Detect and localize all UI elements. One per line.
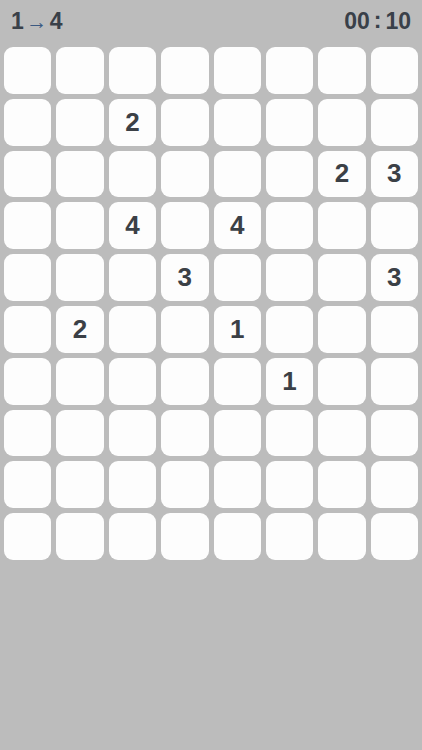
cell-r8c3[interactable]: [109, 410, 156, 457]
cell-r5c4[interactable]: 3: [161, 254, 208, 301]
cell-r9c6[interactable]: [266, 461, 313, 508]
cell-r10c2[interactable]: [56, 513, 103, 560]
cell-r8c7[interactable]: [318, 410, 365, 457]
cell-r4c5[interactable]: 4: [214, 202, 261, 249]
cell-r5c2[interactable]: [56, 254, 103, 301]
cell-r8c1[interactable]: [4, 410, 51, 457]
cell-r4c3[interactable]: 4: [109, 202, 156, 249]
cell-r7c4[interactable]: [161, 358, 208, 405]
cell-r4c4[interactable]: [161, 202, 208, 249]
cell-r2c3[interactable]: 2: [109, 99, 156, 146]
cell-r4c2[interactable]: [56, 202, 103, 249]
cell-r1c6[interactable]: [266, 47, 313, 94]
cell-r3c2[interactable]: [56, 151, 103, 198]
cell-r7c2[interactable]: [56, 358, 103, 405]
timer-minutes: 00: [344, 8, 370, 35]
cell-r1c1[interactable]: [4, 47, 51, 94]
cell-r4c7[interactable]: [318, 202, 365, 249]
cell-r3c5[interactable]: [214, 151, 261, 198]
cell-r6c1[interactable]: [4, 306, 51, 353]
cell-r5c6[interactable]: [266, 254, 313, 301]
arrow-right-icon: →: [26, 11, 48, 32]
cell-r5c7[interactable]: [318, 254, 365, 301]
cell-r7c7[interactable]: [318, 358, 365, 405]
cell-r9c3[interactable]: [109, 461, 156, 508]
cell-r3c1[interactable]: [4, 151, 51, 198]
cell-r6c7[interactable]: [318, 306, 365, 353]
header-bar: 1 → 4 00 : 10: [0, 0, 422, 40]
cell-r3c6[interactable]: [266, 151, 313, 198]
cell-r9c1[interactable]: [4, 461, 51, 508]
cell-r3c8[interactable]: 3: [371, 151, 418, 198]
cell-r9c4[interactable]: [161, 461, 208, 508]
cell-r9c5[interactable]: [214, 461, 261, 508]
cell-r10c5[interactable]: [214, 513, 261, 560]
cell-r3c4[interactable]: [161, 151, 208, 198]
cell-r9c7[interactable]: [318, 461, 365, 508]
cell-r9c8[interactable]: [371, 461, 418, 508]
cell-r8c2[interactable]: [56, 410, 103, 457]
cell-r6c5[interactable]: 1: [214, 306, 261, 353]
cell-r4c6[interactable]: [266, 202, 313, 249]
cell-r3c7[interactable]: 2: [318, 151, 365, 198]
cell-r5c3[interactable]: [109, 254, 156, 301]
cell-r10c3[interactable]: [109, 513, 156, 560]
cell-r6c6[interactable]: [266, 306, 313, 353]
cell-r6c4[interactable]: [161, 306, 208, 353]
puzzle-board: 2234433211: [4, 47, 418, 560]
cell-r2c8[interactable]: [371, 99, 418, 146]
cell-r2c6[interactable]: [266, 99, 313, 146]
timer-seconds: 10: [385, 8, 411, 35]
cell-r2c1[interactable]: [4, 99, 51, 146]
cell-r5c1[interactable]: [4, 254, 51, 301]
cell-r5c8[interactable]: 3: [371, 254, 418, 301]
level-to: 4: [50, 8, 63, 35]
cell-r2c4[interactable]: [161, 99, 208, 146]
cell-r2c2[interactable]: [56, 99, 103, 146]
cell-r3c3[interactable]: [109, 151, 156, 198]
timer: 00 : 10: [344, 8, 411, 35]
level-from: 1: [11, 8, 24, 35]
cell-r4c1[interactable]: [4, 202, 51, 249]
cell-r7c6[interactable]: 1: [266, 358, 313, 405]
cell-r7c1[interactable]: [4, 358, 51, 405]
cell-r4c8[interactable]: [371, 202, 418, 249]
timer-separator: :: [374, 7, 382, 34]
cell-r8c4[interactable]: [161, 410, 208, 457]
cell-r10c6[interactable]: [266, 513, 313, 560]
cell-r8c5[interactable]: [214, 410, 261, 457]
cell-r2c7[interactable]: [318, 99, 365, 146]
cell-r8c6[interactable]: [266, 410, 313, 457]
cell-r7c8[interactable]: [371, 358, 418, 405]
cell-r1c3[interactable]: [109, 47, 156, 94]
cell-r10c4[interactable]: [161, 513, 208, 560]
cell-r6c2[interactable]: 2: [56, 306, 103, 353]
cell-r8c8[interactable]: [371, 410, 418, 457]
cell-r10c8[interactable]: [371, 513, 418, 560]
cell-r1c2[interactable]: [56, 47, 103, 94]
level-indicator: 1 → 4: [11, 8, 63, 35]
cell-r6c3[interactable]: [109, 306, 156, 353]
cell-r1c7[interactable]: [318, 47, 365, 94]
cell-r10c1[interactable]: [4, 513, 51, 560]
cell-r7c5[interactable]: [214, 358, 261, 405]
cell-r6c8[interactable]: [371, 306, 418, 353]
cell-r7c3[interactable]: [109, 358, 156, 405]
cell-r9c2[interactable]: [56, 461, 103, 508]
cell-r5c5[interactable]: [214, 254, 261, 301]
cell-r1c5[interactable]: [214, 47, 261, 94]
cell-r10c7[interactable]: [318, 513, 365, 560]
cell-r1c8[interactable]: [371, 47, 418, 94]
cell-r1c4[interactable]: [161, 47, 208, 94]
cell-r2c5[interactable]: [214, 99, 261, 146]
